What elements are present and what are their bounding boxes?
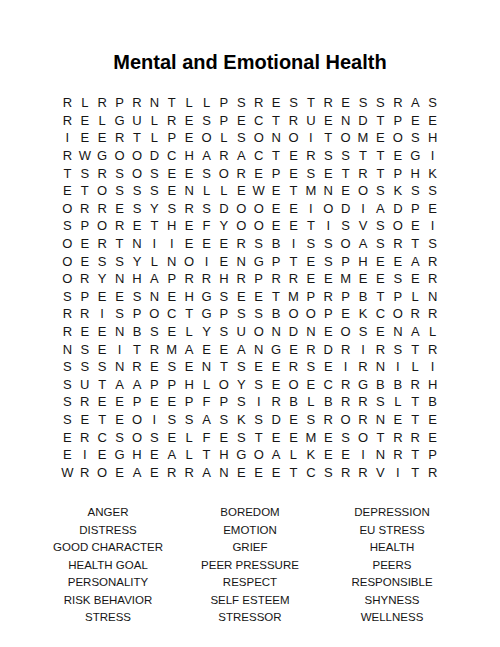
grid-cell-r12-c5[interactable]: S: [128, 288, 145, 306]
grid-cell-r4-c18[interactable]: T: [354, 147, 371, 165]
grid-cell-r11-c14[interactable]: R: [285, 270, 302, 288]
grid-cell-r4-c7[interactable]: C: [163, 147, 180, 165]
grid-cell-r11-c18[interactable]: E: [354, 270, 371, 288]
grid-cell-r13-c16[interactable]: P: [320, 305, 337, 323]
grid-cell-r9-c19[interactable]: S: [372, 235, 389, 253]
grid-cell-r10-c22[interactable]: R: [424, 252, 441, 270]
grid-cell-r19-c11[interactable]: K: [233, 411, 250, 429]
grid-cell-r18-c4[interactable]: E: [111, 393, 128, 411]
grid-cell-r21-c5[interactable]: H: [128, 446, 145, 464]
grid-cell-r2-c11[interactable]: E: [233, 112, 250, 130]
grid-cell-r5-c4[interactable]: S: [111, 164, 128, 182]
grid-cell-r18-c7[interactable]: E: [163, 393, 180, 411]
grid-cell-r3-c16[interactable]: T: [320, 129, 337, 147]
grid-cell-r10-c13[interactable]: P: [267, 252, 284, 270]
grid-cell-r11-c19[interactable]: E: [372, 270, 389, 288]
grid-cell-r6-c4[interactable]: S: [111, 182, 128, 200]
grid-cell-r4-c5[interactable]: O: [128, 147, 145, 165]
grid-cell-r4-c17[interactable]: S: [337, 147, 354, 165]
grid-cell-r22-c1[interactable]: W: [59, 463, 76, 481]
grid-cell-r2-c8[interactable]: E: [180, 112, 197, 130]
grid-cell-r22-c12[interactable]: E: [250, 463, 267, 481]
grid-cell-r17-c1[interactable]: S: [59, 376, 76, 394]
grid-cell-r4-c20[interactable]: E: [389, 147, 406, 165]
grid-cell-r16-c22[interactable]: I: [424, 358, 441, 376]
grid-cell-r20-c13[interactable]: E: [267, 428, 284, 446]
grid-cell-r12-c8[interactable]: H: [180, 288, 197, 306]
grid-cell-r7-c3[interactable]: R: [93, 200, 110, 218]
grid-cell-r10-c10[interactable]: E: [215, 252, 232, 270]
grid-cell-r17-c22[interactable]: H: [424, 376, 441, 394]
grid-cell-r21-c16[interactable]: E: [320, 446, 337, 464]
grid-cell-r1-c18[interactable]: S: [354, 94, 371, 112]
grid-cell-r14-c20[interactable]: N: [389, 323, 406, 341]
grid-cell-r20-c21[interactable]: R: [407, 428, 424, 446]
grid-cell-r9-c11[interactable]: R: [233, 235, 250, 253]
grid-cell-r7-c12[interactable]: O: [250, 200, 267, 218]
grid-cell-r5-c19[interactable]: T: [372, 164, 389, 182]
grid-cell-r18-c9[interactable]: F: [198, 393, 215, 411]
grid-cell-r13-c20[interactable]: O: [389, 305, 406, 323]
grid-cell-r14-c1[interactable]: R: [59, 323, 76, 341]
grid-cell-r7-c4[interactable]: E: [111, 200, 128, 218]
grid-cell-r1-c1[interactable]: R: [59, 94, 76, 112]
grid-cell-r12-c18[interactable]: B: [354, 288, 371, 306]
grid-cell-r19-c5[interactable]: O: [128, 411, 145, 429]
grid-cell-r13-c22[interactable]: R: [424, 305, 441, 323]
grid-cell-r6-c6[interactable]: S: [146, 182, 163, 200]
grid-cell-r5-c8[interactable]: E: [180, 164, 197, 182]
grid-cell-r19-c13[interactable]: D: [267, 411, 284, 429]
grid-cell-r17-c8[interactable]: H: [180, 376, 197, 394]
grid-cell-r7-c11[interactable]: O: [233, 200, 250, 218]
grid-cell-r15-c18[interactable]: I: [354, 340, 371, 358]
grid-cell-r21-c15[interactable]: K: [302, 446, 319, 464]
grid-cell-r11-c1[interactable]: O: [59, 270, 76, 288]
grid-cell-r4-c16[interactable]: S: [320, 147, 337, 165]
grid-cell-r3-c20[interactable]: O: [389, 129, 406, 147]
grid-cell-r12-c1[interactable]: S: [59, 288, 76, 306]
grid-cell-r13-c6[interactable]: O: [146, 305, 163, 323]
grid-cell-r12-c11[interactable]: E: [233, 288, 250, 306]
grid-cell-r4-c13[interactable]: T: [267, 147, 284, 165]
grid-cell-r6-c11[interactable]: E: [233, 182, 250, 200]
grid-cell-r9-c9[interactable]: E: [198, 235, 215, 253]
grid-cell-r8-c4[interactable]: R: [111, 217, 128, 235]
grid-cell-r1-c12[interactable]: R: [250, 94, 267, 112]
grid-cell-r12-c15[interactable]: P: [302, 288, 319, 306]
grid-cell-r21-c2[interactable]: I: [76, 446, 93, 464]
grid-cell-r19-c2[interactable]: E: [76, 411, 93, 429]
grid-cell-r14-c22[interactable]: L: [424, 323, 441, 341]
grid-cell-r16-c21[interactable]: L: [407, 358, 424, 376]
grid-cell-r16-c10[interactable]: T: [215, 358, 232, 376]
grid-cell-r6-c16[interactable]: N: [320, 182, 337, 200]
grid-cell-r12-c17[interactable]: P: [337, 288, 354, 306]
grid-cell-r17-c19[interactable]: B: [372, 376, 389, 394]
grid-cell-r8-c16[interactable]: I: [320, 217, 337, 235]
grid-cell-r1-c9[interactable]: L: [198, 94, 215, 112]
grid-cell-r21-c17[interactable]: E: [337, 446, 354, 464]
grid-cell-r5-c15[interactable]: S: [302, 164, 319, 182]
grid-cell-r22-c10[interactable]: N: [215, 463, 232, 481]
grid-cell-r8-c13[interactable]: E: [267, 217, 284, 235]
grid-cell-r10-c6[interactable]: L: [146, 252, 163, 270]
grid-cell-r20-c9[interactable]: F: [198, 428, 215, 446]
grid-cell-r4-c15[interactable]: R: [302, 147, 319, 165]
grid-cell-r11-c5[interactable]: H: [128, 270, 145, 288]
grid-cell-r18-c8[interactable]: P: [180, 393, 197, 411]
grid-cell-r13-c14[interactable]: O: [285, 305, 302, 323]
grid-cell-r15-c15[interactable]: R: [302, 340, 319, 358]
grid-cell-r22-c17[interactable]: R: [337, 463, 354, 481]
grid-cell-r3-c1[interactable]: I: [59, 129, 76, 147]
grid-cell-r16-c12[interactable]: E: [250, 358, 267, 376]
grid-cell-r3-c22[interactable]: H: [424, 129, 441, 147]
grid-cell-r20-c10[interactable]: E: [215, 428, 232, 446]
grid-cell-r5-c17[interactable]: T: [337, 164, 354, 182]
grid-cell-r3-c18[interactable]: M: [354, 129, 371, 147]
grid-cell-r15-c6[interactable]: R: [146, 340, 163, 358]
grid-cell-r13-c18[interactable]: K: [354, 305, 371, 323]
grid-cell-r21-c4[interactable]: G: [111, 446, 128, 464]
grid-cell-r15-c9[interactable]: E: [198, 340, 215, 358]
grid-cell-r11-c13[interactable]: R: [267, 270, 284, 288]
grid-cell-r14-c13[interactable]: N: [267, 323, 284, 341]
grid-cell-r2-c16[interactable]: E: [320, 112, 337, 130]
grid-cell-r20-c7[interactable]: E: [163, 428, 180, 446]
grid-cell-r18-c15[interactable]: L: [302, 393, 319, 411]
grid-cell-r16-c16[interactable]: E: [320, 358, 337, 376]
grid-cell-r20-c16[interactable]: E: [320, 428, 337, 446]
grid-cell-r15-c17[interactable]: R: [337, 340, 354, 358]
grid-cell-r15-c3[interactable]: E: [93, 340, 110, 358]
grid-cell-r9-c22[interactable]: S: [424, 235, 441, 253]
grid-cell-r6-c22[interactable]: S: [424, 182, 441, 200]
grid-cell-r6-c7[interactable]: E: [163, 182, 180, 200]
grid-cell-r20-c18[interactable]: O: [354, 428, 371, 446]
grid-cell-r14-c6[interactable]: S: [146, 323, 163, 341]
grid-cell-r7-c9[interactable]: S: [198, 200, 215, 218]
grid-cell-r20-c6[interactable]: S: [146, 428, 163, 446]
grid-cell-r10-c21[interactable]: A: [407, 252, 424, 270]
grid-cell-r18-c2[interactable]: R: [76, 393, 93, 411]
grid-cell-r3-c5[interactable]: T: [128, 129, 145, 147]
grid-cell-r18-c19[interactable]: S: [372, 393, 389, 411]
grid-cell-r9-c8[interactable]: E: [180, 235, 197, 253]
grid-cell-r6-c2[interactable]: T: [76, 182, 93, 200]
grid-cell-r17-c14[interactable]: O: [285, 376, 302, 394]
grid-cell-r17-c18[interactable]: G: [354, 376, 371, 394]
grid-cell-r4-c3[interactable]: G: [93, 147, 110, 165]
grid-cell-r16-c11[interactable]: S: [233, 358, 250, 376]
grid-cell-r8-c7[interactable]: H: [163, 217, 180, 235]
grid-cell-r5-c13[interactable]: P: [267, 164, 284, 182]
grid-cell-r12-c3[interactable]: E: [93, 288, 110, 306]
grid-cell-r18-c3[interactable]: E: [93, 393, 110, 411]
grid-cell-r16-c3[interactable]: S: [93, 358, 110, 376]
grid-cell-r9-c20[interactable]: R: [389, 235, 406, 253]
grid-cell-r9-c5[interactable]: N: [128, 235, 145, 253]
grid-cell-r14-c3[interactable]: E: [93, 323, 110, 341]
grid-cell-r6-c20[interactable]: K: [389, 182, 406, 200]
grid-cell-r8-c3[interactable]: O: [93, 217, 110, 235]
grid-cell-r19-c14[interactable]: E: [285, 411, 302, 429]
grid-cell-r8-c1[interactable]: S: [59, 217, 76, 235]
grid-cell-r15-c8[interactable]: A: [180, 340, 197, 358]
grid-cell-r17-c10[interactable]: O: [215, 376, 232, 394]
grid-cell-r8-c14[interactable]: E: [285, 217, 302, 235]
grid-cell-r16-c5[interactable]: R: [128, 358, 145, 376]
grid-cell-r19-c8[interactable]: S: [180, 411, 197, 429]
grid-cell-r7-c20[interactable]: D: [389, 200, 406, 218]
grid-cell-r11-c15[interactable]: E: [302, 270, 319, 288]
grid-cell-r9-c7[interactable]: I: [163, 235, 180, 253]
grid-cell-r9-c3[interactable]: R: [93, 235, 110, 253]
grid-cell-r22-c6[interactable]: E: [146, 463, 163, 481]
grid-cell-r14-c17[interactable]: O: [337, 323, 354, 341]
grid-cell-r1-c14[interactable]: S: [285, 94, 302, 112]
grid-cell-r2-c4[interactable]: G: [111, 112, 128, 130]
grid-cell-r13-c4[interactable]: S: [111, 305, 128, 323]
grid-cell-r14-c18[interactable]: S: [354, 323, 371, 341]
grid-cell-r5-c22[interactable]: K: [424, 164, 441, 182]
grid-cell-r19-c4[interactable]: E: [111, 411, 128, 429]
grid-cell-r20-c3[interactable]: C: [93, 428, 110, 446]
grid-cell-r22-c21[interactable]: T: [407, 463, 424, 481]
grid-cell-r9-c6[interactable]: I: [146, 235, 163, 253]
grid-cell-r13-c10[interactable]: P: [215, 305, 232, 323]
grid-cell-r4-c8[interactable]: H: [180, 147, 197, 165]
grid-cell-r16-c14[interactable]: R: [285, 358, 302, 376]
grid-cell-r22-c4[interactable]: E: [111, 463, 128, 481]
grid-cell-r13-c9[interactable]: G: [198, 305, 215, 323]
grid-cell-r1-c4[interactable]: P: [111, 94, 128, 112]
grid-cell-r12-c13[interactable]: T: [267, 288, 284, 306]
grid-cell-r13-c15[interactable]: O: [302, 305, 319, 323]
grid-cell-r2-c5[interactable]: U: [128, 112, 145, 130]
grid-cell-r12-c7[interactable]: E: [163, 288, 180, 306]
grid-cell-r20-c15[interactable]: M: [302, 428, 319, 446]
grid-cell-r6-c21[interactable]: S: [407, 182, 424, 200]
grid-cell-r2-c21[interactable]: E: [407, 112, 424, 130]
grid-cell-r14-c11[interactable]: U: [233, 323, 250, 341]
grid-cell-r14-c10[interactable]: S: [215, 323, 232, 341]
grid-cell-r2-c1[interactable]: R: [59, 112, 76, 130]
grid-cell-r19-c7[interactable]: S: [163, 411, 180, 429]
grid-cell-r11-c22[interactable]: R: [424, 270, 441, 288]
grid-cell-r19-c12[interactable]: S: [250, 411, 267, 429]
grid-cell-r6-c13[interactable]: E: [267, 182, 284, 200]
grid-cell-r21-c1[interactable]: E: [59, 446, 76, 464]
grid-cell-r19-c19[interactable]: N: [372, 411, 389, 429]
grid-cell-r16-c15[interactable]: S: [302, 358, 319, 376]
grid-cell-r8-c20[interactable]: O: [389, 217, 406, 235]
grid-cell-r10-c16[interactable]: S: [320, 252, 337, 270]
grid-cell-r14-c8[interactable]: L: [180, 323, 197, 341]
grid-cell-r8-c18[interactable]: V: [354, 217, 371, 235]
grid-cell-r6-c18[interactable]: O: [354, 182, 371, 200]
grid-cell-r11-c6[interactable]: A: [146, 270, 163, 288]
grid-cell-r7-c14[interactable]: E: [285, 200, 302, 218]
grid-cell-r14-c19[interactable]: E: [372, 323, 389, 341]
grid-cell-r20-c17[interactable]: S: [337, 428, 354, 446]
grid-cell-r18-c18[interactable]: R: [354, 393, 371, 411]
grid-cell-r22-c15[interactable]: C: [302, 463, 319, 481]
grid-cell-r20-c12[interactable]: T: [250, 428, 267, 446]
grid-cell-r16-c7[interactable]: S: [163, 358, 180, 376]
grid-cell-r12-c2[interactable]: P: [76, 288, 93, 306]
grid-cell-r21-c12[interactable]: O: [250, 446, 267, 464]
grid-cell-r17-c7[interactable]: P: [163, 376, 180, 394]
grid-cell-r2-c15[interactable]: U: [302, 112, 319, 130]
grid-cell-r7-c5[interactable]: S: [128, 200, 145, 218]
grid-cell-r20-c1[interactable]: E: [59, 428, 76, 446]
grid-cell-r14-c14[interactable]: D: [285, 323, 302, 341]
grid-cell-r16-c6[interactable]: E: [146, 358, 163, 376]
grid-cell-r3-c11[interactable]: S: [233, 129, 250, 147]
grid-cell-r5-c16[interactable]: E: [320, 164, 337, 182]
grid-cell-r10-c4[interactable]: S: [111, 252, 128, 270]
grid-cell-r3-c8[interactable]: E: [180, 129, 197, 147]
grid-cell-r15-c19[interactable]: R: [372, 340, 389, 358]
grid-cell-r22-c14[interactable]: T: [285, 463, 302, 481]
grid-cell-r11-c3[interactable]: Y: [93, 270, 110, 288]
grid-cell-r11-c7[interactable]: P: [163, 270, 180, 288]
grid-cell-r14-c21[interactable]: A: [407, 323, 424, 341]
grid-cell-r3-c13[interactable]: N: [267, 129, 284, 147]
grid-cell-r20-c22[interactable]: E: [424, 428, 441, 446]
grid-cell-r19-c16[interactable]: R: [320, 411, 337, 429]
grid-cell-r6-c8[interactable]: N: [180, 182, 197, 200]
grid-cell-r21-c8[interactable]: L: [180, 446, 197, 464]
grid-cell-r5-c14[interactable]: E: [285, 164, 302, 182]
grid-cell-r19-c9[interactable]: A: [198, 411, 215, 429]
grid-cell-r18-c6[interactable]: E: [146, 393, 163, 411]
grid-cell-r4-c6[interactable]: D: [146, 147, 163, 165]
grid-cell-r6-c17[interactable]: E: [337, 182, 354, 200]
grid-cell-r17-c20[interactable]: B: [389, 376, 406, 394]
grid-cell-r11-c9[interactable]: R: [198, 270, 215, 288]
grid-cell-r14-c5[interactable]: B: [128, 323, 145, 341]
grid-cell-r10-c15[interactable]: E: [302, 252, 319, 270]
grid-cell-r4-c19[interactable]: T: [372, 147, 389, 165]
grid-cell-r3-c9[interactable]: O: [198, 129, 215, 147]
grid-cell-r2-c12[interactable]: C: [250, 112, 267, 130]
grid-cell-r2-c13[interactable]: T: [267, 112, 284, 130]
grid-cell-r21-c7[interactable]: A: [163, 446, 180, 464]
grid-cell-r1-c15[interactable]: T: [302, 94, 319, 112]
grid-cell-r4-c4[interactable]: O: [111, 147, 128, 165]
grid-cell-r10-c18[interactable]: H: [354, 252, 371, 270]
grid-cell-r15-c11[interactable]: A: [233, 340, 250, 358]
grid-cell-r9-c14[interactable]: I: [285, 235, 302, 253]
grid-cell-r16-c18[interactable]: R: [354, 358, 371, 376]
grid-cell-r10-c14[interactable]: T: [285, 252, 302, 270]
grid-cell-r8-c9[interactable]: F: [198, 217, 215, 235]
grid-cell-r14-c4[interactable]: N: [111, 323, 128, 341]
grid-cell-r11-c2[interactable]: R: [76, 270, 93, 288]
grid-cell-r11-c17[interactable]: M: [337, 270, 354, 288]
grid-cell-r7-c15[interactable]: I: [302, 200, 319, 218]
grid-cell-r21-c3[interactable]: E: [93, 446, 110, 464]
grid-cell-r5-c12[interactable]: E: [250, 164, 267, 182]
grid-cell-r21-c18[interactable]: I: [354, 446, 371, 464]
grid-cell-r17-c15[interactable]: E: [302, 376, 319, 394]
grid-cell-r14-c9[interactable]: Y: [198, 323, 215, 341]
grid-cell-r8-c8[interactable]: E: [180, 217, 197, 235]
grid-cell-r16-c8[interactable]: E: [180, 358, 197, 376]
grid-cell-r5-c21[interactable]: H: [407, 164, 424, 182]
grid-cell-r3-c19[interactable]: E: [372, 129, 389, 147]
grid-cell-r17-c3[interactable]: T: [93, 376, 110, 394]
grid-cell-r2-c18[interactable]: D: [354, 112, 371, 130]
grid-cell-r14-c12[interactable]: O: [250, 323, 267, 341]
grid-cell-r22-c8[interactable]: R: [180, 463, 197, 481]
grid-cell-r10-c2[interactable]: E: [76, 252, 93, 270]
grid-cell-r16-c17[interactable]: I: [337, 358, 354, 376]
grid-cell-r11-c21[interactable]: E: [407, 270, 424, 288]
grid-cell-r9-c18[interactable]: A: [354, 235, 371, 253]
grid-cell-r5-c10[interactable]: O: [215, 164, 232, 182]
grid-cell-r7-c16[interactable]: O: [320, 200, 337, 218]
grid-cell-r17-c9[interactable]: L: [198, 376, 215, 394]
grid-cell-r15-c4[interactable]: I: [111, 340, 128, 358]
grid-cell-r8-c11[interactable]: O: [233, 217, 250, 235]
grid-cell-r16-c4[interactable]: N: [111, 358, 128, 376]
grid-cell-r12-c12[interactable]: E: [250, 288, 267, 306]
grid-cell-r5-c3[interactable]: R: [93, 164, 110, 182]
grid-cell-r7-c17[interactable]: D: [337, 200, 354, 218]
grid-cell-r21-c6[interactable]: E: [146, 446, 163, 464]
grid-cell-r19-c10[interactable]: S: [215, 411, 232, 429]
grid-cell-r5-c11[interactable]: R: [233, 164, 250, 182]
grid-cell-r4-c11[interactable]: A: [233, 147, 250, 165]
grid-cell-r2-c19[interactable]: T: [372, 112, 389, 130]
grid-cell-r12-c9[interactable]: G: [198, 288, 215, 306]
grid-cell-r9-c2[interactable]: E: [76, 235, 93, 253]
grid-cell-r9-c12[interactable]: S: [250, 235, 267, 253]
grid-cell-r17-c4[interactable]: A: [111, 376, 128, 394]
grid-cell-r18-c17[interactable]: R: [337, 393, 354, 411]
grid-cell-r15-c22[interactable]: R: [424, 340, 441, 358]
grid-cell-r19-c6[interactable]: I: [146, 411, 163, 429]
grid-cell-r2-c9[interactable]: S: [198, 112, 215, 130]
grid-cell-r14-c16[interactable]: E: [320, 323, 337, 341]
grid-cell-r18-c20[interactable]: L: [389, 393, 406, 411]
grid-cell-r5-c5[interactable]: O: [128, 164, 145, 182]
grid-cell-r2-c20[interactable]: P: [389, 112, 406, 130]
grid-cell-r1-c20[interactable]: R: [389, 94, 406, 112]
grid-cell-r17-c21[interactable]: R: [407, 376, 424, 394]
grid-cell-r20-c5[interactable]: O: [128, 428, 145, 446]
grid-cell-r7-c22[interactable]: E: [424, 200, 441, 218]
grid-cell-r12-c10[interactable]: S: [215, 288, 232, 306]
grid-cell-r1-c11[interactable]: S: [233, 94, 250, 112]
grid-cell-r21-c9[interactable]: T: [198, 446, 215, 464]
grid-cell-r2-c2[interactable]: E: [76, 112, 93, 130]
grid-cell-r21-c22[interactable]: P: [424, 446, 441, 464]
grid-cell-r22-c5[interactable]: A: [128, 463, 145, 481]
grid-cell-r1-c5[interactable]: R: [128, 94, 145, 112]
grid-cell-r12-c21[interactable]: L: [407, 288, 424, 306]
grid-cell-r1-c22[interactable]: S: [424, 94, 441, 112]
grid-cell-r16-c13[interactable]: E: [267, 358, 284, 376]
grid-cell-r18-c12[interactable]: I: [250, 393, 267, 411]
grid-cell-r19-c1[interactable]: S: [59, 411, 76, 429]
grid-cell-r15-c21[interactable]: T: [407, 340, 424, 358]
grid-cell-r2-c7[interactable]: R: [163, 112, 180, 130]
